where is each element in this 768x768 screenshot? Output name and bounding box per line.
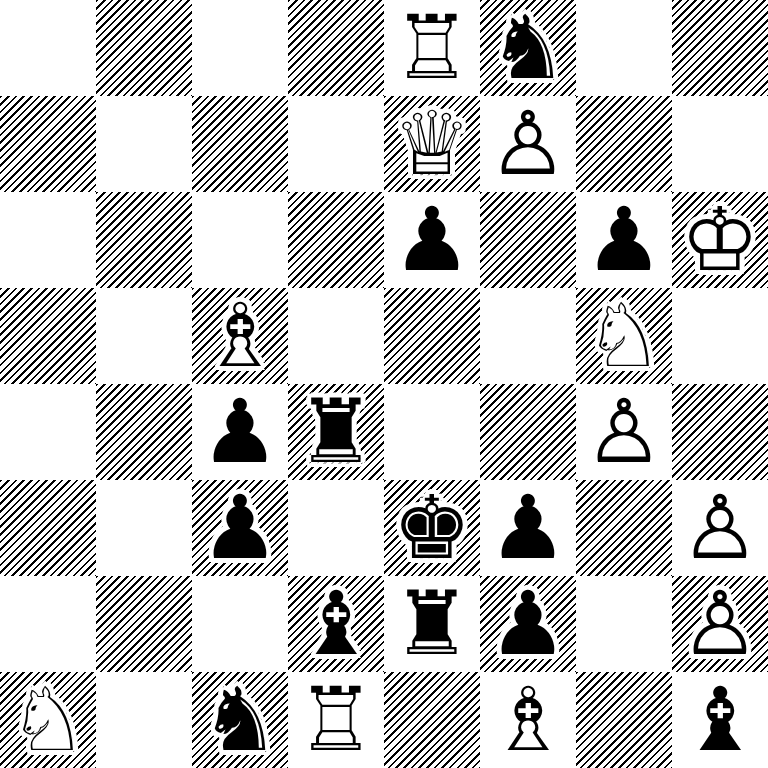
piece-glyph: ♟ bbox=[480, 480, 576, 576]
piece-glyph: ♟ bbox=[192, 480, 288, 576]
piece-black-pawn[interactable]: ♟♟ bbox=[192, 384, 288, 480]
square-a7[interactable] bbox=[0, 96, 96, 192]
square-f1[interactable]: ♝♗ bbox=[480, 672, 576, 768]
piece-black-pawn[interactable]: ♟♟ bbox=[480, 576, 576, 672]
piece-glyph: ♟ bbox=[576, 192, 672, 288]
square-f8[interactable]: ♞♞ bbox=[480, 0, 576, 96]
square-e6[interactable]: ♟♟ bbox=[384, 192, 480, 288]
square-g1[interactable] bbox=[576, 672, 672, 768]
square-d5[interactable] bbox=[288, 288, 384, 384]
square-h4[interactable] bbox=[672, 384, 768, 480]
square-e7[interactable]: ♛♕ bbox=[384, 96, 480, 192]
piece-black-pawn[interactable]: ♟♟ bbox=[384, 192, 480, 288]
square-g2[interactable] bbox=[576, 576, 672, 672]
piece-white-pawn[interactable]: ♟♙ bbox=[672, 480, 768, 576]
square-e5[interactable] bbox=[384, 288, 480, 384]
square-h2[interactable]: ♟♙ bbox=[672, 576, 768, 672]
piece-white-rook[interactable]: ♜♖ bbox=[384, 0, 480, 96]
piece-glyph: ♙ bbox=[576, 384, 672, 480]
square-a8[interactable] bbox=[0, 0, 96, 96]
square-e8[interactable]: ♜♖ bbox=[384, 0, 480, 96]
chess-board: ♜♖♞♞♛♕♟♙♟♟♟♟♚♔♝♗♞♘♟♟♜♜♟♙♟♟♚♚♟♟♟♙♝♝♜♜♟♟♟♙… bbox=[0, 0, 768, 768]
square-h3[interactable]: ♟♙ bbox=[672, 480, 768, 576]
piece-glyph: ♝ bbox=[288, 576, 384, 672]
piece-glyph: ♙ bbox=[480, 96, 576, 192]
square-b7[interactable] bbox=[96, 96, 192, 192]
piece-white-king[interactable]: ♚♔ bbox=[672, 192, 768, 288]
square-a1[interactable]: ♞♘ bbox=[0, 672, 96, 768]
square-c6[interactable] bbox=[192, 192, 288, 288]
square-e4[interactable] bbox=[384, 384, 480, 480]
square-h7[interactable] bbox=[672, 96, 768, 192]
piece-white-rook[interactable]: ♜♖ bbox=[288, 672, 384, 768]
piece-black-bishop[interactable]: ♝♝ bbox=[672, 672, 768, 768]
square-b4[interactable] bbox=[96, 384, 192, 480]
square-c1[interactable]: ♞♞ bbox=[192, 672, 288, 768]
piece-black-rook[interactable]: ♜♜ bbox=[288, 384, 384, 480]
piece-glyph: ♙ bbox=[672, 480, 768, 576]
piece-glyph: ♗ bbox=[480, 672, 576, 768]
square-e1[interactable] bbox=[384, 672, 480, 768]
piece-glyph: ♖ bbox=[288, 672, 384, 768]
square-c3[interactable]: ♟♟ bbox=[192, 480, 288, 576]
piece-glyph: ♟ bbox=[480, 576, 576, 672]
piece-glyph: ♟ bbox=[384, 192, 480, 288]
square-f5[interactable] bbox=[480, 288, 576, 384]
square-f2[interactable]: ♟♟ bbox=[480, 576, 576, 672]
square-h6[interactable]: ♚♔ bbox=[672, 192, 768, 288]
piece-black-knight[interactable]: ♞♞ bbox=[192, 672, 288, 768]
piece-black-pawn[interactable]: ♟♟ bbox=[480, 480, 576, 576]
square-d2[interactable]: ♝♝ bbox=[288, 576, 384, 672]
square-g8[interactable] bbox=[576, 0, 672, 96]
piece-glyph: ♞ bbox=[480, 0, 576, 96]
piece-black-pawn[interactable]: ♟♟ bbox=[192, 480, 288, 576]
piece-glyph: ♘ bbox=[576, 288, 672, 384]
square-c7[interactable] bbox=[192, 96, 288, 192]
piece-white-queen[interactable]: ♛♕ bbox=[384, 96, 480, 192]
square-a4[interactable] bbox=[0, 384, 96, 480]
piece-white-bishop[interactable]: ♝♗ bbox=[192, 288, 288, 384]
square-a3[interactable] bbox=[0, 480, 96, 576]
piece-white-pawn[interactable]: ♟♙ bbox=[480, 96, 576, 192]
square-b1[interactable] bbox=[96, 672, 192, 768]
piece-black-knight[interactable]: ♞♞ bbox=[480, 0, 576, 96]
piece-glyph: ♘ bbox=[0, 672, 96, 768]
square-a2[interactable] bbox=[0, 576, 96, 672]
square-b5[interactable] bbox=[96, 288, 192, 384]
square-b8[interactable] bbox=[96, 0, 192, 96]
square-d8[interactable] bbox=[288, 0, 384, 96]
square-e3[interactable]: ♚♚ bbox=[384, 480, 480, 576]
square-d3[interactable] bbox=[288, 480, 384, 576]
piece-glyph: ♞ bbox=[192, 672, 288, 768]
piece-glyph: ♟ bbox=[192, 384, 288, 480]
piece-black-bishop[interactable]: ♝♝ bbox=[288, 576, 384, 672]
square-b2[interactable] bbox=[96, 576, 192, 672]
piece-glyph: ♝ bbox=[672, 672, 768, 768]
square-c4[interactable]: ♟♟ bbox=[192, 384, 288, 480]
piece-glyph: ♙ bbox=[672, 576, 768, 672]
piece-white-pawn[interactable]: ♟♙ bbox=[672, 576, 768, 672]
piece-black-pawn[interactable]: ♟♟ bbox=[576, 192, 672, 288]
piece-glyph: ♖ bbox=[384, 0, 480, 96]
square-c2[interactable] bbox=[192, 576, 288, 672]
square-g5[interactable]: ♞♘ bbox=[576, 288, 672, 384]
piece-black-rook[interactable]: ♜♜ bbox=[384, 576, 480, 672]
square-f3[interactable]: ♟♟ bbox=[480, 480, 576, 576]
square-h1[interactable]: ♝♝ bbox=[672, 672, 768, 768]
square-b6[interactable] bbox=[96, 192, 192, 288]
square-g3[interactable] bbox=[576, 480, 672, 576]
square-g7[interactable] bbox=[576, 96, 672, 192]
square-c5[interactable]: ♝♗ bbox=[192, 288, 288, 384]
piece-white-bishop[interactable]: ♝♗ bbox=[480, 672, 576, 768]
piece-glyph: ♕ bbox=[384, 96, 480, 192]
square-g4[interactable]: ♟♙ bbox=[576, 384, 672, 480]
square-f6[interactable] bbox=[480, 192, 576, 288]
square-d7[interactable] bbox=[288, 96, 384, 192]
piece-glyph: ♜ bbox=[288, 384, 384, 480]
square-f7[interactable]: ♟♙ bbox=[480, 96, 576, 192]
square-d6[interactable] bbox=[288, 192, 384, 288]
square-d4[interactable]: ♜♜ bbox=[288, 384, 384, 480]
square-h8[interactable] bbox=[672, 0, 768, 96]
piece-white-knight[interactable]: ♞♘ bbox=[576, 288, 672, 384]
piece-white-knight[interactable]: ♞♘ bbox=[0, 672, 96, 768]
square-a6[interactable] bbox=[0, 192, 96, 288]
piece-glyph: ♔ bbox=[672, 192, 768, 288]
square-e2[interactable]: ♜♜ bbox=[384, 576, 480, 672]
square-f4[interactable] bbox=[480, 384, 576, 480]
piece-white-pawn[interactable]: ♟♙ bbox=[576, 384, 672, 480]
square-c8[interactable] bbox=[192, 0, 288, 96]
piece-black-king[interactable]: ♚♚ bbox=[384, 480, 480, 576]
piece-glyph: ♗ bbox=[192, 288, 288, 384]
square-g6[interactable]: ♟♟ bbox=[576, 192, 672, 288]
piece-glyph: ♚ bbox=[384, 480, 480, 576]
piece-glyph: ♜ bbox=[384, 576, 480, 672]
square-a5[interactable] bbox=[0, 288, 96, 384]
square-h5[interactable] bbox=[672, 288, 768, 384]
square-d1[interactable]: ♜♖ bbox=[288, 672, 384, 768]
square-b3[interactable] bbox=[96, 480, 192, 576]
